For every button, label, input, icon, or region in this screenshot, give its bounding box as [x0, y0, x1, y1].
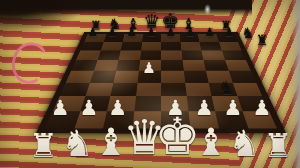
board-square-f5[interactable]: [182, 60, 206, 71]
piece-black-knight-g3[interactable]: ♞: [209, 79, 245, 97]
board-square-c6[interactable]: [119, 50, 141, 60]
board-square-e4[interactable]: [161, 71, 185, 83]
board-square-e6[interactable]: [161, 50, 182, 60]
board-square-d3[interactable]: [136, 82, 161, 95]
piece-white-rook-h1[interactable]: ♜: [245, 129, 300, 162]
chess-photo-scene: ♜♞♝♛♚♝♜♟♟♟♟♟♟♟♟♞♜♟♞♟♟♟♟♟♟♟♜♞♝♛♚♝♞♜: [0, 0, 300, 168]
board-square-f6[interactable]: [181, 50, 203, 60]
background-shadow-topleft: [0, 0, 90, 34]
board-square-b5[interactable]: [94, 60, 119, 71]
board-square-b4[interactable]: [90, 71, 116, 83]
board-square-h5[interactable]: [225, 60, 251, 71]
board-square-e5[interactable]: [161, 60, 183, 71]
piece-white-pawn-d4[interactable]: ♟: [134, 61, 164, 76]
board-square-f7[interactable]: [180, 42, 201, 51]
offboard-black-rook[interactable]: ♜: [248, 33, 276, 47]
board-square-d7[interactable]: [141, 42, 161, 51]
board-square-f4[interactable]: [183, 71, 208, 83]
board-square-b3[interactable]: [85, 82, 113, 95]
board-square-b7[interactable]: [101, 42, 123, 51]
board-square-h7[interactable]: [219, 42, 242, 51]
piece-white-pawn-h2[interactable]: ♟: [241, 98, 283, 119]
piece-highlight-glint: [204, 4, 211, 15]
board-square-e3[interactable]: [161, 82, 186, 95]
board-square-c7[interactable]: [121, 42, 142, 51]
board-square-h6[interactable]: [221, 50, 245, 60]
board-square-c3[interactable]: [110, 82, 137, 95]
board-square-e7[interactable]: [161, 42, 181, 51]
board-square-b6[interactable]: [97, 50, 120, 60]
